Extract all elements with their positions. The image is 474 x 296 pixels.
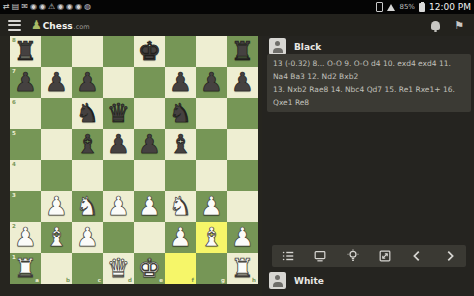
square-a2[interactable]: 2♟ <box>10 222 41 253</box>
menu-icon[interactable] <box>8 20 21 31</box>
battery-percent: 85% <box>399 3 415 11</box>
black-player-name: Black <box>294 42 321 52</box>
black-pawn-f7[interactable]: ♟ <box>165 67 196 98</box>
square-c6[interactable]: ♞ <box>72 98 103 129</box>
square-c1[interactable]: c <box>72 253 103 284</box>
wifi-icon <box>387 4 395 11</box>
file-label: f <box>192 277 194 283</box>
square-h6[interactable] <box>227 98 258 129</box>
battery-icon <box>419 3 425 12</box>
flag-icon[interactable]: ⚑ <box>454 20 464 31</box>
black-rook-a8[interactable]: ♜ <box>10 36 41 67</box>
square-g2[interactable]: ♝ <box>196 222 227 253</box>
black-avatar[interactable] <box>269 38 286 55</box>
move-list-button[interactable] <box>277 247 299 265</box>
square-e4[interactable] <box>134 160 165 191</box>
black-pawn-c7[interactable]: ♟ <box>72 67 103 98</box>
file-label: g <box>221 277 225 283</box>
square-h3[interactable] <box>227 191 258 222</box>
black-knight-c6[interactable]: ♞ <box>72 98 103 129</box>
square-e7[interactable] <box>134 67 165 98</box>
file-label: c <box>98 277 101 283</box>
white-pawn-d3[interactable]: ♟ <box>103 191 134 222</box>
square-g1[interactable]: g <box>196 253 227 284</box>
square-g5[interactable] <box>196 129 227 160</box>
app-notification-icon: ◉ <box>30 3 37 11</box>
square-e8[interactable]: ♚ <box>134 36 165 67</box>
white-pawn-c2[interactable]: ♟ <box>72 222 103 253</box>
square-f4[interactable] <box>165 160 196 191</box>
app-notification-icon: ◉ <box>75 3 82 11</box>
white-rook-a1[interactable]: ♜ <box>10 253 41 284</box>
app-bar: ♟ Chess .com ⚑ <box>0 14 474 36</box>
square-h1[interactable]: h♜ <box>227 253 258 284</box>
black-king-e8[interactable]: ♚ <box>134 36 165 67</box>
vibrate-icon <box>376 2 383 12</box>
square-f1[interactable]: f <box>165 253 196 284</box>
black-pawn-h7[interactable]: ♟ <box>227 67 258 98</box>
square-b3[interactable]: ♟ <box>41 191 72 222</box>
square-a4[interactable]: 4 <box>10 160 41 191</box>
black-knight-f6[interactable]: ♞ <box>165 98 196 129</box>
black-pawn-d5[interactable]: ♟ <box>103 129 134 160</box>
flip-board-icon[interactable] <box>374 247 396 265</box>
white-pawn-e3[interactable]: ♟ <box>134 191 165 222</box>
square-h8[interactable]: ♜ <box>227 36 258 67</box>
black-bishop-f5[interactable]: ♝ <box>165 129 196 160</box>
forward-button[interactable] <box>439 247 461 265</box>
back-button[interactable] <box>406 247 428 265</box>
square-h7[interactable]: ♟ <box>227 67 258 98</box>
usb-icon: ⇄ <box>3 3 10 11</box>
rank-label: 4 <box>12 161 16 167</box>
white-avatar[interactable] <box>269 272 286 289</box>
computer-analysis-button[interactable] <box>309 247 331 265</box>
square-d7[interactable] <box>103 67 134 98</box>
square-e2[interactable] <box>134 222 165 253</box>
mail-icon: ✉ <box>21 3 28 11</box>
square-e1[interactable]: e♚ <box>134 253 165 284</box>
sd-card-icon: ▤ <box>12 3 20 11</box>
black-bishop-c5[interactable]: ♝ <box>72 129 103 160</box>
square-f6[interactable]: ♞ <box>165 98 196 129</box>
square-e3[interactable]: ♟ <box>134 191 165 222</box>
square-b5[interactable] <box>41 129 72 160</box>
square-c7[interactable]: ♟ <box>72 67 103 98</box>
status-right: 85% 12:00 PM <box>376 2 471 12</box>
black-pawn-b7[interactable]: ♟ <box>41 67 72 98</box>
square-h4[interactable] <box>227 160 258 191</box>
game-panel: Black 13 (-0.32) 8... O-O 9. O-O d4 10. … <box>262 36 474 296</box>
logo-suffix: .com <box>74 23 90 31</box>
white-pawn-h2[interactable]: ♟ <box>227 222 258 253</box>
black-pawn-e5[interactable]: ♟ <box>134 129 165 160</box>
status-bar: ⇄▤✉◉◉⚠◉◉◉◍ 85% 12:00 PM <box>0 0 474 14</box>
square-b7[interactable]: ♟ <box>41 67 72 98</box>
square-b4[interactable] <box>41 160 72 191</box>
square-b8[interactable] <box>41 36 72 67</box>
black-pawn-a7[interactable]: ♟ <box>10 67 41 98</box>
square-g4[interactable] <box>196 160 227 191</box>
notifications-bell-icon[interactable] <box>431 21 440 30</box>
square-a6[interactable]: 6 <box>10 98 41 129</box>
square-a1[interactable]: 1a♜ <box>10 253 41 284</box>
square-c5[interactable]: ♝ <box>72 129 103 160</box>
square-h2[interactable]: ♟ <box>227 222 258 253</box>
square-c2[interactable]: ♟ <box>72 222 103 253</box>
white-pawn-b3[interactable]: ♟ <box>41 191 72 222</box>
square-b6[interactable] <box>41 98 72 129</box>
square-f3[interactable]: ♞ <box>165 191 196 222</box>
chess-board[interactable]: 8♜♚♜7♟♟♟♟♟♟6♞♛♞5♝♟♟♝43♟♞♟♟♞♟2♟♝♟♟♝♟1a♜bc… <box>10 36 258 284</box>
clock-text: 12:00 PM <box>429 2 471 12</box>
white-bishop-b2[interactable]: ♝ <box>41 222 72 253</box>
pawn-logo-icon: ♟ <box>31 19 42 31</box>
square-a8[interactable]: 8♜ <box>10 36 41 67</box>
square-f2[interactable]: ♟ <box>165 222 196 253</box>
black-queen-d6[interactable]: ♛ <box>103 98 134 129</box>
square-e5[interactable]: ♟ <box>134 129 165 160</box>
app-notification-icon: ◉ <box>57 3 64 11</box>
square-d2[interactable] <box>103 222 134 253</box>
square-g8[interactable] <box>196 36 227 67</box>
status-left-icons: ⇄▤✉◉◉⚠◉◉◉◍ <box>3 3 91 11</box>
move-list[interactable]: 13 (-0.32) 8... O-O 9. O-O d4 10. exd4 e… <box>267 54 471 112</box>
game-toolbar <box>272 245 466 267</box>
file-label: b <box>66 277 70 283</box>
square-d8[interactable] <box>103 36 134 67</box>
white-pawn-a2[interactable]: ♟ <box>10 222 41 253</box>
hint-bulb-icon[interactable] <box>342 247 364 265</box>
chesscom-logo[interactable]: ♟ Chess .com <box>31 19 90 31</box>
white-player-name: White <box>294 276 324 286</box>
rank-label: 6 <box>12 99 16 105</box>
square-g3[interactable]: ♟ <box>196 191 227 222</box>
white-knight-c3[interactable]: ♞ <box>72 191 103 222</box>
square-d6[interactable]: ♛ <box>103 98 134 129</box>
square-a7[interactable]: 7♟ <box>10 67 41 98</box>
square-b1[interactable]: b <box>41 253 72 284</box>
square-c4[interactable] <box>72 160 103 191</box>
square-c3[interactable]: ♞ <box>72 191 103 222</box>
square-f7[interactable]: ♟ <box>165 67 196 98</box>
white-rook-h1[interactable]: ♜ <box>227 253 258 284</box>
white-pawn-f2[interactable]: ♟ <box>165 222 196 253</box>
square-d3[interactable]: ♟ <box>103 191 134 222</box>
square-a3[interactable]: 3 <box>10 191 41 222</box>
app-notification-icon: ◉ <box>66 3 73 11</box>
rank-label: 3 <box>12 192 16 198</box>
square-g7[interactable]: ♟ <box>196 67 227 98</box>
white-bishop-g2[interactable]: ♝ <box>196 222 227 253</box>
square-d1[interactable]: d♛ <box>103 253 134 284</box>
square-e6[interactable] <box>134 98 165 129</box>
white-queen-d1[interactable]: ♛ <box>103 253 134 284</box>
move-list-line: 13 (-0.32) 8... O-O 9. O-O d4 10. exd4 e… <box>273 57 465 83</box>
square-g6[interactable] <box>196 98 227 129</box>
square-a5[interactable]: 5 <box>10 129 41 160</box>
chat-icon: ◍ <box>84 3 91 11</box>
square-c8[interactable] <box>72 36 103 67</box>
app-notification-icon: ◉ <box>39 3 46 11</box>
move-list-line: 13. Nxb2 Rae8 14. Nbc4 Qd7 15. Re1 Rxe1+… <box>273 83 465 109</box>
square-d5[interactable]: ♟ <box>103 129 134 160</box>
square-d4[interactable] <box>103 160 134 191</box>
white-king-e1[interactable]: ♚ <box>134 253 165 284</box>
square-h5[interactable] <box>227 129 258 160</box>
white-pawn-g3[interactable]: ♟ <box>196 191 227 222</box>
black-rook-h8[interactable]: ♜ <box>227 36 258 67</box>
square-b2[interactable]: ♝ <box>41 222 72 253</box>
square-f5[interactable]: ♝ <box>165 129 196 160</box>
logo-text: Chess <box>43 21 73 31</box>
warning-icon: ⚠ <box>48 3 55 11</box>
white-knight-f3[interactable]: ♞ <box>165 191 196 222</box>
rank-label: 5 <box>12 130 16 136</box>
square-f8[interactable] <box>165 36 196 67</box>
black-pawn-g7[interactable]: ♟ <box>196 67 227 98</box>
